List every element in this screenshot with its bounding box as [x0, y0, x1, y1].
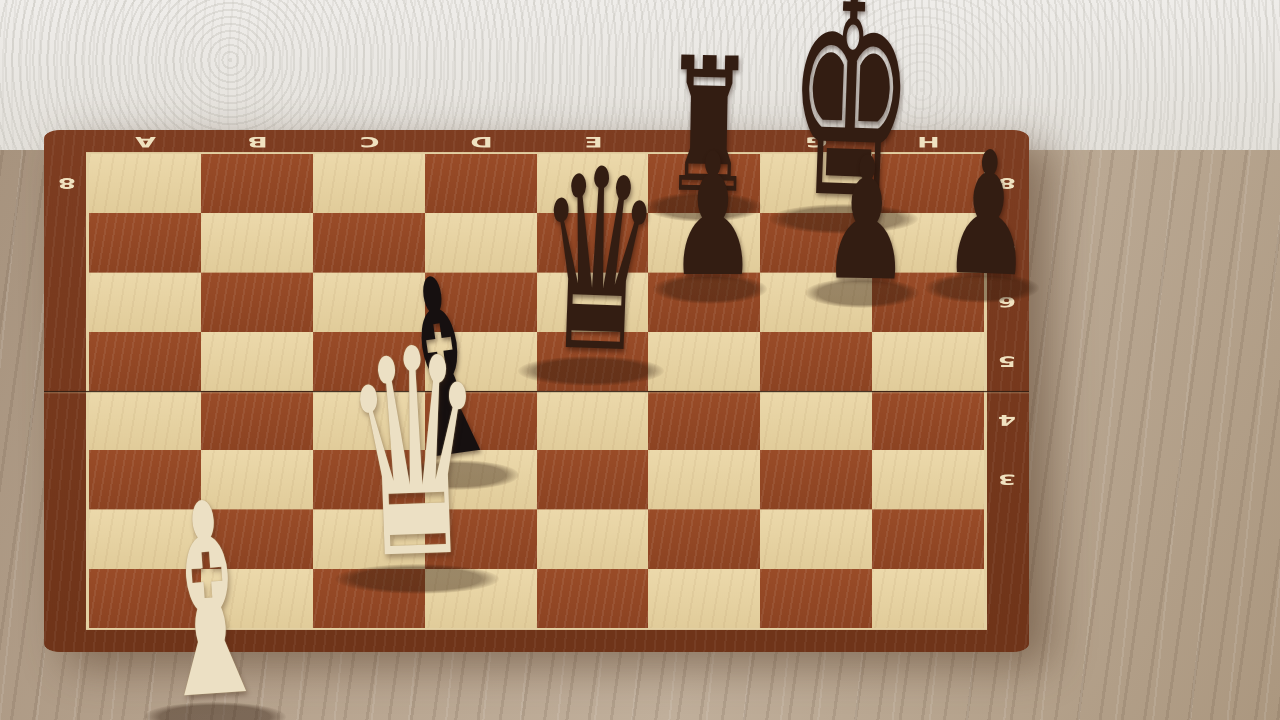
file-label-h: H: [872, 135, 984, 149]
file-label-e: E: [537, 135, 649, 149]
square-a7: [89, 213, 201, 272]
file-label-b: B: [201, 135, 313, 149]
square-a8: [89, 154, 201, 213]
file-label-c: C: [313, 135, 425, 149]
file-label-a: A: [89, 135, 201, 149]
board-wrap: ABCDEFGH8765438: [0, 0, 1280, 720]
file-label-d: D: [425, 135, 537, 149]
chess-board: ABCDEFGH8765438: [44, 130, 1029, 652]
square-b7: [201, 213, 313, 272]
file-label-g: G: [760, 135, 872, 149]
square-d8: [425, 154, 537, 213]
board-grid: [89, 154, 984, 628]
square-b8: [201, 154, 313, 213]
square-c7: [313, 213, 425, 272]
file-label-f: F: [648, 135, 760, 149]
square-c8: [313, 154, 425, 213]
scene: ABCDEFGH8765438: [0, 0, 1280, 720]
